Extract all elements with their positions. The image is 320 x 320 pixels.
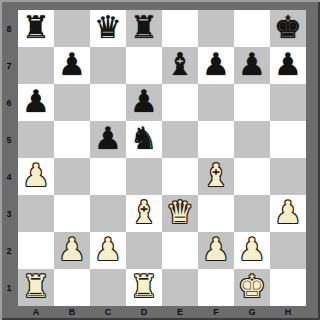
square-a6[interactable]: ♟ [18,84,54,121]
square-e5[interactable] [162,121,198,158]
square-g7[interactable]: ♟ [234,47,270,84]
square-b5[interactable] [54,121,90,158]
square-c3[interactable] [90,195,126,232]
square-g6[interactable] [234,84,270,121]
square-b6[interactable] [54,84,90,121]
square-d8[interactable]: ♜ [126,10,162,47]
piece-black-king[interactable]: ♚ [274,12,302,43]
square-g4[interactable] [234,158,270,195]
square-f5[interactable] [198,121,234,158]
square-a4[interactable]: ♟ [18,158,54,195]
square-e6[interactable] [162,84,198,121]
piece-black-pawn[interactable]: ♟ [58,49,86,80]
square-d6[interactable]: ♟ [126,84,162,121]
piece-white-king[interactable]: ♚ [238,271,266,302]
square-f1[interactable] [198,269,234,306]
square-b3[interactable] [54,195,90,232]
piece-black-knight[interactable]: ♞ [130,123,158,154]
board-frame: ♜♛♜♚♟♝♟♟♟♟♟♟♞♟♝♝♛♟♟♟♟♟♜♜♚ 87654321 ABCDE… [0,0,320,320]
square-f7[interactable]: ♟ [198,47,234,84]
rank-label-3: 3 [2,195,16,232]
file-label-a: A [18,306,54,318]
piece-white-pawn[interactable]: ♟ [202,234,230,265]
square-d1[interactable]: ♜ [126,269,162,306]
piece-black-queen[interactable]: ♛ [94,12,122,43]
square-c5[interactable]: ♟ [90,121,126,158]
square-a1[interactable]: ♜ [18,269,54,306]
square-a3[interactable] [18,195,54,232]
file-label-g: G [234,306,270,318]
square-f3[interactable] [198,195,234,232]
square-c8[interactable]: ♛ [90,10,126,47]
square-g3[interactable] [234,195,270,232]
piece-black-pawn[interactable]: ♟ [202,49,230,80]
square-h3[interactable]: ♟ [270,195,306,232]
piece-white-pawn[interactable]: ♟ [22,160,50,191]
piece-black-pawn[interactable]: ♟ [274,49,302,80]
square-d5[interactable]: ♞ [126,121,162,158]
square-e2[interactable] [162,232,198,269]
square-h1[interactable] [270,269,306,306]
piece-white-pawn[interactable]: ♟ [58,234,86,265]
square-h7[interactable]: ♟ [270,47,306,84]
piece-white-bishop[interactable]: ♝ [202,160,230,191]
square-c6[interactable] [90,84,126,121]
rank-labels: 87654321 [0,10,18,306]
square-g2[interactable]: ♟ [234,232,270,269]
piece-black-rook[interactable]: ♜ [130,12,158,43]
file-label-b: B [54,306,90,318]
square-c7[interactable] [90,47,126,84]
rank-label-5: 5 [2,121,16,158]
square-g1[interactable]: ♚ [234,269,270,306]
square-b1[interactable] [54,269,90,306]
piece-white-pawn[interactable]: ♟ [94,234,122,265]
piece-white-rook[interactable]: ♜ [130,271,158,302]
file-label-h: H [270,306,306,318]
square-f8[interactable] [198,10,234,47]
piece-black-rook[interactable]: ♜ [22,12,50,43]
square-c1[interactable] [90,269,126,306]
file-label-d: D [126,306,162,318]
file-label-f: F [198,306,234,318]
file-label-e: E [162,306,198,318]
piece-white-pawn[interactable]: ♟ [238,234,266,265]
rank-label-4: 4 [2,158,16,195]
square-h2[interactable] [270,232,306,269]
square-e8[interactable] [162,10,198,47]
square-e4[interactable] [162,158,198,195]
rank-label-8: 8 [2,10,16,47]
square-h4[interactable] [270,158,306,195]
piece-white-queen[interactable]: ♛ [166,197,194,228]
file-labels: ABCDEFGH [18,306,306,320]
file-label-c: C [90,306,126,318]
square-a5[interactable] [18,121,54,158]
square-e1[interactable] [162,269,198,306]
piece-black-pawn[interactable]: ♟ [130,86,158,117]
square-c2[interactable]: ♟ [90,232,126,269]
square-d2[interactable] [126,232,162,269]
piece-white-rook[interactable]: ♜ [22,271,50,302]
square-e7[interactable]: ♝ [162,47,198,84]
square-a2[interactable] [18,232,54,269]
piece-black-pawn[interactable]: ♟ [22,86,50,117]
square-a8[interactable]: ♜ [18,10,54,47]
square-f6[interactable] [198,84,234,121]
piece-black-pawn[interactable]: ♟ [94,123,122,154]
square-c4[interactable] [90,158,126,195]
square-f2[interactable]: ♟ [198,232,234,269]
square-h6[interactable] [270,84,306,121]
rank-label-7: 7 [2,47,16,84]
piece-black-bishop[interactable]: ♝ [166,49,194,80]
square-b7[interactable]: ♟ [54,47,90,84]
square-f4[interactable]: ♝ [198,158,234,195]
rank-label-6: 6 [2,84,16,121]
square-g8[interactable] [234,10,270,47]
square-d4[interactable] [126,158,162,195]
piece-black-pawn[interactable]: ♟ [238,49,266,80]
square-b2[interactable]: ♟ [54,232,90,269]
piece-white-pawn[interactable]: ♟ [274,197,302,228]
square-d7[interactable] [126,47,162,84]
square-b4[interactable] [54,158,90,195]
square-a7[interactable] [18,47,54,84]
chess-board: ♜♛♜♚♟♝♟♟♟♟♟♟♞♟♝♝♛♟♟♟♟♟♜♜♚ [18,10,306,306]
square-d3[interactable]: ♝ [126,195,162,232]
rank-label-1: 1 [2,269,16,306]
square-e3[interactable]: ♛ [162,195,198,232]
square-b8[interactable] [54,10,90,47]
square-h8[interactable]: ♚ [270,10,306,47]
piece-white-bishop[interactable]: ♝ [130,197,158,228]
square-g5[interactable] [234,121,270,158]
rank-label-2: 2 [2,232,16,269]
square-h5[interactable] [270,121,306,158]
